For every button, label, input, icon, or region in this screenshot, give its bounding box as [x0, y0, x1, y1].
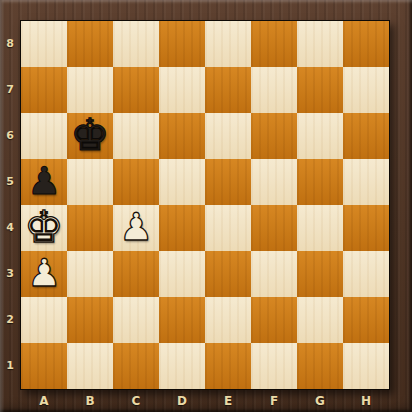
piece-black-pawn[interactable]: ♟: [27, 162, 61, 200]
square-e3[interactable]: [205, 251, 251, 297]
square-h8[interactable]: [343, 21, 389, 67]
square-f1[interactable]: [251, 343, 297, 389]
square-d1[interactable]: [159, 343, 205, 389]
piece-black-king[interactable]: ♚: [70, 113, 109, 157]
piece-white-king[interactable]: ♚: [24, 205, 63, 249]
rank-label-2: 2: [0, 297, 20, 343]
square-c7[interactable]: [113, 67, 159, 113]
square-d5[interactable]: [159, 159, 205, 205]
square-d7[interactable]: [159, 67, 205, 113]
file-label-e: E: [205, 391, 251, 411]
piece-white-pawn[interactable]: ♟: [119, 208, 153, 246]
rank-label-6: 6: [0, 113, 20, 159]
square-b7[interactable]: [67, 67, 113, 113]
square-a6[interactable]: [21, 113, 67, 159]
square-a1[interactable]: [21, 343, 67, 389]
rank-label-8: 8: [0, 21, 20, 67]
square-g2[interactable]: [297, 297, 343, 343]
square-a3[interactable]: ♟: [21, 251, 67, 297]
square-b5[interactable]: [67, 159, 113, 205]
square-f6[interactable]: [251, 113, 297, 159]
chess-board: ♚♟♚♟♟: [20, 20, 390, 390]
file-label-d: D: [159, 391, 205, 411]
square-h7[interactable]: [343, 67, 389, 113]
square-g5[interactable]: [297, 159, 343, 205]
file-label-c: C: [113, 391, 159, 411]
square-c6[interactable]: [113, 113, 159, 159]
square-h1[interactable]: [343, 343, 389, 389]
square-d6[interactable]: [159, 113, 205, 159]
square-g4[interactable]: [297, 205, 343, 251]
square-f5[interactable]: [251, 159, 297, 205]
square-g6[interactable]: [297, 113, 343, 159]
square-h5[interactable]: [343, 159, 389, 205]
rank-label-1: 1: [0, 343, 20, 389]
square-g3[interactable]: [297, 251, 343, 297]
square-e2[interactable]: [205, 297, 251, 343]
square-f7[interactable]: [251, 67, 297, 113]
square-d3[interactable]: [159, 251, 205, 297]
square-h6[interactable]: [343, 113, 389, 159]
chessboard-frame: ♚♟♚♟♟ 87654321 ABCDEFGH: [0, 0, 412, 412]
square-e6[interactable]: [205, 113, 251, 159]
square-b1[interactable]: [67, 343, 113, 389]
square-d8[interactable]: [159, 21, 205, 67]
square-f4[interactable]: [251, 205, 297, 251]
square-d2[interactable]: [159, 297, 205, 343]
square-a8[interactable]: [21, 21, 67, 67]
file-label-a: A: [21, 391, 67, 411]
square-e5[interactable]: [205, 159, 251, 205]
square-a5[interactable]: ♟: [21, 159, 67, 205]
file-label-h: H: [343, 391, 389, 411]
rank-label-7: 7: [0, 67, 20, 113]
square-g1[interactable]: [297, 343, 343, 389]
rank-label-5: 5: [0, 159, 20, 205]
square-e8[interactable]: [205, 21, 251, 67]
file-label-g: G: [297, 391, 343, 411]
rank-label-3: 3: [0, 251, 20, 297]
square-c1[interactable]: [113, 343, 159, 389]
file-label-b: B: [67, 391, 113, 411]
rank-label-4: 4: [0, 205, 20, 251]
square-d4[interactable]: [159, 205, 205, 251]
square-f8[interactable]: [251, 21, 297, 67]
square-e7[interactable]: [205, 67, 251, 113]
square-c8[interactable]: [113, 21, 159, 67]
square-e1[interactable]: [205, 343, 251, 389]
square-e4[interactable]: [205, 205, 251, 251]
square-f2[interactable]: [251, 297, 297, 343]
square-b2[interactable]: [67, 297, 113, 343]
square-a7[interactable]: [21, 67, 67, 113]
square-f3[interactable]: [251, 251, 297, 297]
square-c5[interactable]: [113, 159, 159, 205]
piece-white-pawn[interactable]: ♟: [27, 254, 61, 292]
square-c4[interactable]: ♟: [113, 205, 159, 251]
square-h2[interactable]: [343, 297, 389, 343]
square-b4[interactable]: [67, 205, 113, 251]
square-g8[interactable]: [297, 21, 343, 67]
square-b6[interactable]: ♚: [67, 113, 113, 159]
square-b8[interactable]: [67, 21, 113, 67]
square-g7[interactable]: [297, 67, 343, 113]
square-a4[interactable]: ♚: [21, 205, 67, 251]
file-label-f: F: [251, 391, 297, 411]
square-b3[interactable]: [67, 251, 113, 297]
square-c2[interactable]: [113, 297, 159, 343]
square-a2[interactable]: [21, 297, 67, 343]
square-c3[interactable]: [113, 251, 159, 297]
square-h4[interactable]: [343, 205, 389, 251]
square-h3[interactable]: [343, 251, 389, 297]
